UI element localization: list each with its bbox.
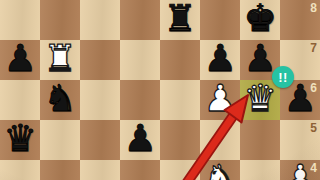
piece-black-rook[interactable]: ♜: [160, 0, 200, 40]
square-b6[interactable]: ♞: [40, 80, 80, 120]
square-c4[interactable]: [80, 160, 120, 180]
square-b4[interactable]: [40, 160, 80, 180]
square-f7[interactable]: ♟: [200, 40, 240, 80]
chessboard: ♜♚♟♜♟♟♞♟♛♟♛♟♞♟: [0, 0, 320, 180]
square-c6[interactable]: [80, 80, 120, 120]
rank-label-6: 6: [310, 82, 317, 94]
square-g4[interactable]: [240, 160, 280, 180]
square-d4[interactable]: [120, 160, 160, 180]
square-d5[interactable]: ♟: [120, 120, 160, 160]
square-a7[interactable]: ♟: [0, 40, 40, 80]
square-f6[interactable]: ♟: [200, 80, 240, 120]
square-d8[interactable]: [120, 0, 160, 40]
square-d7[interactable]: [120, 40, 160, 80]
square-b8[interactable]: [40, 0, 80, 40]
square-g8[interactable]: ♚: [240, 0, 280, 40]
piece-black-queen[interactable]: ♛: [0, 120, 40, 160]
square-f4[interactable]: ♞: [200, 160, 240, 180]
square-b7[interactable]: ♜: [40, 40, 80, 80]
chessboard-viewport: ♜♚♟♜♟♟♞♟♛♟♛♟♞♟ !! 87654: [0, 0, 320, 180]
brilliant-move-label: !!: [278, 70, 288, 85]
rank-label-8: 8: [310, 2, 317, 14]
square-d6[interactable]: [120, 80, 160, 120]
square-e8[interactable]: ♜: [160, 0, 200, 40]
rank-label-7: 7: [310, 42, 317, 54]
piece-white-knight[interactable]: ♞: [200, 160, 240, 180]
square-a6[interactable]: [0, 80, 40, 120]
square-e7[interactable]: [160, 40, 200, 80]
square-c8[interactable]: [80, 0, 120, 40]
square-e5[interactable]: [160, 120, 200, 160]
piece-black-pawn[interactable]: ♟: [120, 120, 160, 160]
square-c7[interactable]: [80, 40, 120, 80]
square-a8[interactable]: [0, 0, 40, 40]
square-a4[interactable]: [0, 160, 40, 180]
piece-black-pawn[interactable]: ♟: [200, 40, 240, 80]
piece-white-queen[interactable]: ♛: [240, 80, 280, 120]
square-c5[interactable]: [80, 120, 120, 160]
rank-label-5: 5: [310, 122, 317, 134]
square-f5[interactable]: [200, 120, 240, 160]
piece-black-pawn[interactable]: ♟: [0, 40, 40, 80]
rank-label-4: 4: [310, 162, 317, 174]
piece-black-king[interactable]: ♚: [240, 0, 280, 40]
square-a5[interactable]: ♛: [0, 120, 40, 160]
square-e6[interactable]: [160, 80, 200, 120]
square-f8[interactable]: [200, 0, 240, 40]
square-g6[interactable]: ♛: [240, 80, 280, 120]
square-g5[interactable]: [240, 120, 280, 160]
piece-black-knight[interactable]: ♞: [40, 80, 80, 120]
square-e4[interactable]: [160, 160, 200, 180]
piece-white-rook[interactable]: ♜: [40, 40, 80, 80]
brilliant-move-badge: !!: [272, 66, 294, 88]
square-b5[interactable]: [40, 120, 80, 160]
piece-white-pawn[interactable]: ♟: [200, 80, 240, 120]
